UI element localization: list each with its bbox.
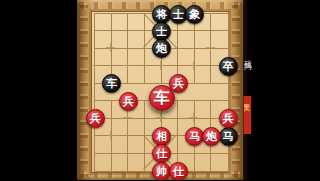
point-marker xyxy=(106,43,115,52)
point-marker xyxy=(206,43,215,52)
board-cell xyxy=(95,154,112,171)
right-edge-gutter xyxy=(243,0,251,180)
frame-carving-left xyxy=(80,3,88,177)
board-cell xyxy=(128,136,145,153)
point-marker xyxy=(189,113,198,122)
piece-red-advisor-1[interactable]: 仕 xyxy=(152,144,171,163)
point-marker xyxy=(90,61,99,70)
frame-carving-right xyxy=(232,3,240,177)
board-cell xyxy=(195,84,212,101)
piece-black-elephant[interactable]: 象 xyxy=(185,5,204,24)
board-cell xyxy=(211,84,228,101)
point-marker xyxy=(156,61,165,70)
piece-black-soldier[interactable]: 卒 xyxy=(219,57,238,76)
point-marker xyxy=(189,61,198,70)
piece-red-soldier-3[interactable]: 兵 xyxy=(86,109,105,128)
point-marker xyxy=(123,113,132,122)
board-cell xyxy=(95,14,112,31)
piece-black-advisor-2[interactable]: 士 xyxy=(152,22,171,41)
video-frame: 残局 王天一 将士象士炮卒车马兵兵车兵兵相马炮仕帅仕 xyxy=(0,0,320,180)
point-marker xyxy=(156,113,165,122)
board-cell xyxy=(112,154,129,171)
point-marker xyxy=(123,61,132,70)
board-cell xyxy=(211,14,228,31)
board-cell xyxy=(112,14,129,31)
board-cell xyxy=(195,154,212,171)
board-cell xyxy=(178,31,195,48)
board-cell xyxy=(211,154,228,171)
piece-red-soldier-2[interactable]: 兵 xyxy=(119,92,138,111)
watermark-text: 残局 xyxy=(242,53,252,59)
piece-red-cannon[interactable]: 炮 xyxy=(202,127,221,146)
piece-red-chariot[interactable]: 车 xyxy=(149,85,175,111)
piece-black-horse[interactable]: 马 xyxy=(219,127,238,146)
piece-red-elephant[interactable]: 相 xyxy=(152,127,171,146)
piece-red-soldier-4[interactable]: 兵 xyxy=(219,109,238,128)
piece-red-advisor-2[interactable]: 仕 xyxy=(169,162,188,181)
point-marker xyxy=(106,131,115,140)
player-name-banner: 王天一 xyxy=(243,96,251,134)
board-cell xyxy=(128,14,145,31)
